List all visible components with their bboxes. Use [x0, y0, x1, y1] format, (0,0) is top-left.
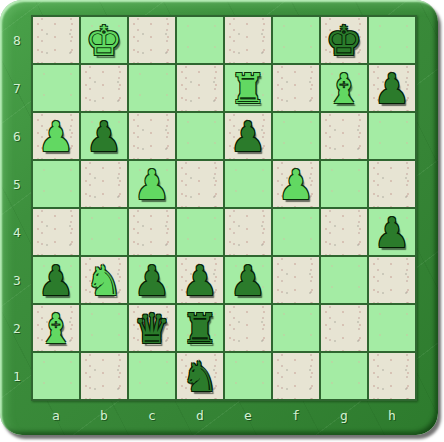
square-h1[interactable] — [369, 353, 415, 399]
square-c2[interactable]: ♛ — [129, 305, 175, 351]
square-d3[interactable]: ♟ — [177, 257, 223, 303]
square-a5[interactable] — [33, 161, 79, 207]
square-d8[interactable] — [177, 17, 223, 63]
square-e4[interactable] — [225, 209, 271, 255]
rank-label-7: 7 — [5, 65, 29, 113]
piece-black-pawn-h7[interactable]: ♟ — [369, 65, 415, 111]
file-label-h: h — [369, 403, 415, 431]
rank-label-8: 8 — [5, 17, 29, 65]
rank-label-6: 6 — [5, 113, 29, 161]
square-g7[interactable]: ♝ — [321, 65, 367, 111]
piece-black-queen-c2[interactable]: ♛ — [129, 305, 175, 351]
piece-black-rook-d2[interactable]: ♜ — [177, 305, 223, 351]
square-g3[interactable] — [321, 257, 367, 303]
square-d1[interactable]: ♞ — [177, 353, 223, 399]
board-grid: ♚♚♜♝♟♟♟♟♟♟♟♟♞♟♟♟♝♛♜♞ — [31, 15, 417, 401]
square-f4[interactable] — [273, 209, 319, 255]
square-c4[interactable] — [129, 209, 175, 255]
square-b2[interactable] — [81, 305, 127, 351]
square-b3[interactable]: ♞ — [81, 257, 127, 303]
file-label-a: a — [33, 403, 79, 431]
piece-black-knight-d1[interactable]: ♞ — [177, 353, 223, 399]
square-b5[interactable] — [81, 161, 127, 207]
square-e6[interactable]: ♟ — [225, 113, 271, 159]
piece-black-pawn-e3[interactable]: ♟ — [225, 257, 271, 303]
square-c1[interactable] — [129, 353, 175, 399]
square-f7[interactable] — [273, 65, 319, 111]
file-label-e: e — [225, 403, 271, 431]
square-a8[interactable] — [33, 17, 79, 63]
square-c7[interactable] — [129, 65, 175, 111]
square-f1[interactable] — [273, 353, 319, 399]
square-h8[interactable] — [369, 17, 415, 63]
square-g5[interactable] — [321, 161, 367, 207]
piece-white-bishop-g7[interactable]: ♝ — [321, 65, 367, 111]
square-e5[interactable] — [225, 161, 271, 207]
square-c6[interactable] — [129, 113, 175, 159]
square-h4[interactable]: ♟ — [369, 209, 415, 255]
square-g4[interactable] — [321, 209, 367, 255]
rank-label-2: 2 — [5, 305, 29, 353]
square-h5[interactable] — [369, 161, 415, 207]
square-e8[interactable] — [225, 17, 271, 63]
square-g6[interactable] — [321, 113, 367, 159]
square-b1[interactable] — [81, 353, 127, 399]
piece-black-pawn-c3[interactable]: ♟ — [129, 257, 175, 303]
square-d7[interactable] — [177, 65, 223, 111]
square-a2[interactable]: ♝ — [33, 305, 79, 351]
piece-white-knight-b3[interactable]: ♞ — [81, 257, 127, 303]
file-label-c: c — [129, 403, 175, 431]
square-b8[interactable]: ♚ — [81, 17, 127, 63]
square-e7[interactable]: ♜ — [225, 65, 271, 111]
file-label-f: f — [273, 403, 319, 431]
square-h6[interactable] — [369, 113, 415, 159]
square-f3[interactable] — [273, 257, 319, 303]
square-a7[interactable] — [33, 65, 79, 111]
square-b4[interactable] — [81, 209, 127, 255]
square-a6[interactable]: ♟ — [33, 113, 79, 159]
square-c8[interactable] — [129, 17, 175, 63]
square-h2[interactable] — [369, 305, 415, 351]
square-f5[interactable]: ♟ — [273, 161, 319, 207]
square-b6[interactable]: ♟ — [81, 113, 127, 159]
square-c3[interactable]: ♟ — [129, 257, 175, 303]
piece-white-king-b8[interactable]: ♚ — [81, 17, 127, 63]
square-b7[interactable] — [81, 65, 127, 111]
piece-black-king-g8[interactable]: ♚ — [321, 17, 367, 63]
piece-white-rook-e7[interactable]: ♜ — [225, 65, 271, 111]
square-g1[interactable] — [321, 353, 367, 399]
piece-black-pawn-h4[interactable]: ♟ — [369, 209, 415, 255]
square-a4[interactable] — [33, 209, 79, 255]
square-a3[interactable]: ♟ — [33, 257, 79, 303]
chess-app-window: ♚♚♜♝♟♟♟♟♟♟♟♟♞♟♟♟♝♛♜♞ 87654321 abcdefgh — [0, 0, 444, 442]
square-e2[interactable] — [225, 305, 271, 351]
rank-label-5: 5 — [5, 161, 29, 209]
square-d6[interactable] — [177, 113, 223, 159]
square-f2[interactable] — [273, 305, 319, 351]
piece-white-bishop-a2[interactable]: ♝ — [33, 305, 79, 351]
file-label-d: d — [177, 403, 223, 431]
square-d4[interactable] — [177, 209, 223, 255]
piece-black-pawn-a3[interactable]: ♟ — [33, 257, 79, 303]
piece-black-pawn-e6[interactable]: ♟ — [225, 113, 271, 159]
file-label-g: g — [321, 403, 367, 431]
square-a1[interactable] — [33, 353, 79, 399]
rank-label-3: 3 — [5, 257, 29, 305]
square-e1[interactable] — [225, 353, 271, 399]
square-g8[interactable]: ♚ — [321, 17, 367, 63]
rank-label-1: 1 — [5, 353, 29, 401]
square-f6[interactable] — [273, 113, 319, 159]
square-g2[interactable] — [321, 305, 367, 351]
square-c5[interactable]: ♟ — [129, 161, 175, 207]
square-d2[interactable]: ♜ — [177, 305, 223, 351]
file-label-b: b — [81, 403, 127, 431]
piece-black-pawn-d3[interactable]: ♟ — [177, 257, 223, 303]
piece-white-pawn-a6[interactable]: ♟ — [33, 113, 79, 159]
rank-label-4: 4 — [5, 209, 29, 257]
square-h7[interactable]: ♟ — [369, 65, 415, 111]
piece-white-pawn-c5[interactable]: ♟ — [129, 161, 175, 207]
square-d5[interactable] — [177, 161, 223, 207]
square-h3[interactable] — [369, 257, 415, 303]
piece-black-pawn-b6[interactable]: ♟ — [81, 113, 127, 159]
piece-white-pawn-f5[interactable]: ♟ — [273, 161, 319, 207]
square-f8[interactable] — [273, 17, 319, 63]
square-e3[interactable]: ♟ — [225, 257, 271, 303]
